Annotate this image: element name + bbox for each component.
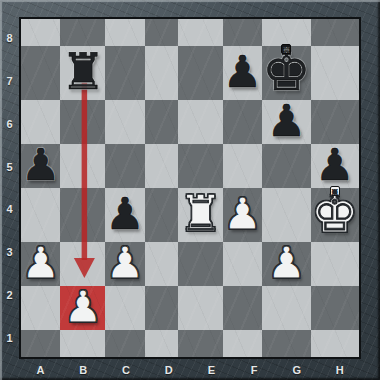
square-e2[interactable] xyxy=(178,286,223,330)
square-c8[interactable] xyxy=(105,19,144,46)
square-e5[interactable] xyxy=(178,144,223,188)
piece-white-rook[interactable]: ♜ xyxy=(178,189,223,239)
piece-black-pawn[interactable]: ♟ xyxy=(315,143,354,187)
piece-white-pawn[interactable]: ♟ xyxy=(105,241,144,285)
file-label-c: C xyxy=(105,359,148,380)
rank-label-6: 6 xyxy=(0,103,19,146)
chess-board: ♜♟♚x♟♟♟♟♜♟♚x♟♟♟♟ xyxy=(21,19,359,357)
square-f3[interactable] xyxy=(223,242,262,286)
rank-label-5: 5 xyxy=(0,145,19,188)
square-g6[interactable]: ♟ xyxy=(262,100,310,144)
square-g1[interactable] xyxy=(262,330,310,357)
piece-black-pawn[interactable]: ♟ xyxy=(223,50,262,94)
square-c7[interactable] xyxy=(105,46,144,100)
square-h6[interactable] xyxy=(311,100,359,144)
square-a8[interactable] xyxy=(21,19,60,46)
file-labels: ABCDEFGH xyxy=(19,359,361,380)
square-g2[interactable] xyxy=(262,286,310,330)
square-d3[interactable] xyxy=(145,242,178,286)
square-b1[interactable] xyxy=(60,330,105,357)
file-label-g: G xyxy=(276,359,319,380)
square-h8[interactable] xyxy=(311,19,359,46)
square-e7[interactable] xyxy=(178,46,223,100)
square-d7[interactable] xyxy=(145,46,178,100)
square-f5[interactable] xyxy=(223,144,262,188)
square-f6[interactable] xyxy=(223,100,262,144)
square-h1[interactable] xyxy=(311,330,359,357)
square-h3[interactable] xyxy=(311,242,359,286)
rank-label-2: 2 xyxy=(0,274,19,317)
square-a4[interactable] xyxy=(21,188,60,242)
king-x-marker: x xyxy=(281,44,291,54)
rank-label-1: 1 xyxy=(0,316,19,359)
piece-white-pawn[interactable]: ♟ xyxy=(63,285,102,329)
square-b5[interactable] xyxy=(60,144,105,188)
rank-label-3: 3 xyxy=(0,231,19,274)
square-d8[interactable] xyxy=(145,19,178,46)
square-b4[interactable] xyxy=(60,188,105,242)
piece-white-pawn[interactable]: ♟ xyxy=(21,241,60,285)
square-c2[interactable] xyxy=(105,286,144,330)
squares-grid: ♜♟♚x♟♟♟♟♜♟♚x♟♟♟♟ xyxy=(21,19,359,357)
rank-label-8: 8 xyxy=(0,17,19,60)
square-d2[interactable] xyxy=(145,286,178,330)
square-a3[interactable]: ♟ xyxy=(21,242,60,286)
square-e4[interactable]: ♜ xyxy=(178,188,223,242)
piece-black-king[interactable]: ♚x xyxy=(262,45,310,99)
square-e3[interactable] xyxy=(178,242,223,286)
piece-white-pawn[interactable]: ♟ xyxy=(267,241,306,285)
square-d4[interactable] xyxy=(145,188,178,242)
rank-label-4: 4 xyxy=(0,188,19,231)
rank-label-7: 7 xyxy=(0,60,19,103)
board-outline: ♜♟♚x♟♟♟♟♜♟♚x♟♟♟♟ xyxy=(19,17,361,359)
square-c4[interactable]: ♟ xyxy=(105,188,144,242)
square-e6[interactable] xyxy=(178,100,223,144)
square-b2[interactable]: ♟ xyxy=(60,286,105,330)
square-e8[interactable] xyxy=(178,19,223,46)
square-d1[interactable] xyxy=(145,330,178,357)
square-d6[interactable] xyxy=(145,100,178,144)
square-c1[interactable] xyxy=(105,330,144,357)
piece-black-pawn[interactable]: ♟ xyxy=(105,192,144,236)
square-d5[interactable] xyxy=(145,144,178,188)
square-b7[interactable]: ♜ xyxy=(60,46,105,100)
square-h2[interactable] xyxy=(311,286,359,330)
piece-black-pawn[interactable]: ♟ xyxy=(267,99,306,143)
square-g7[interactable]: ♚x xyxy=(262,46,310,100)
square-f8[interactable] xyxy=(223,19,262,46)
square-f1[interactable] xyxy=(223,330,262,357)
square-e1[interactable] xyxy=(178,330,223,357)
square-a2[interactable] xyxy=(21,286,60,330)
rank-labels: 87654321 xyxy=(0,17,19,359)
file-label-b: B xyxy=(62,359,105,380)
file-label-d: D xyxy=(147,359,190,380)
chess-board-frame: 87654321 ABCDEFGH ♜♟♚x♟♟♟♟♜♟♚x♟♟♟♟ xyxy=(0,0,380,380)
square-a5[interactable]: ♟ xyxy=(21,144,60,188)
square-c6[interactable] xyxy=(105,100,144,144)
square-h7[interactable] xyxy=(311,46,359,100)
file-label-h: H xyxy=(318,359,361,380)
square-g3[interactable]: ♟ xyxy=(262,242,310,286)
square-a7[interactable] xyxy=(21,46,60,100)
king-x-marker: x xyxy=(330,186,340,196)
square-f2[interactable] xyxy=(223,286,262,330)
file-label-a: A xyxy=(19,359,62,380)
square-a6[interactable] xyxy=(21,100,60,144)
square-c3[interactable]: ♟ xyxy=(105,242,144,286)
file-label-e: E xyxy=(190,359,233,380)
piece-white-king[interactable]: ♚x xyxy=(311,187,359,241)
piece-white-pawn[interactable]: ♟ xyxy=(223,192,262,236)
square-b3[interactable] xyxy=(60,242,105,286)
piece-black-rook[interactable]: ♜ xyxy=(60,47,105,97)
file-label-f: F xyxy=(233,359,276,380)
square-c5[interactable] xyxy=(105,144,144,188)
square-b8[interactable] xyxy=(60,19,105,46)
square-f4[interactable]: ♟ xyxy=(223,188,262,242)
piece-black-pawn[interactable]: ♟ xyxy=(21,143,60,187)
square-g4[interactable] xyxy=(262,188,310,242)
square-g5[interactable] xyxy=(262,144,310,188)
square-f7[interactable]: ♟ xyxy=(223,46,262,100)
square-b6[interactable] xyxy=(60,100,105,144)
square-h4[interactable]: ♚x xyxy=(311,188,359,242)
square-a1[interactable] xyxy=(21,330,60,357)
